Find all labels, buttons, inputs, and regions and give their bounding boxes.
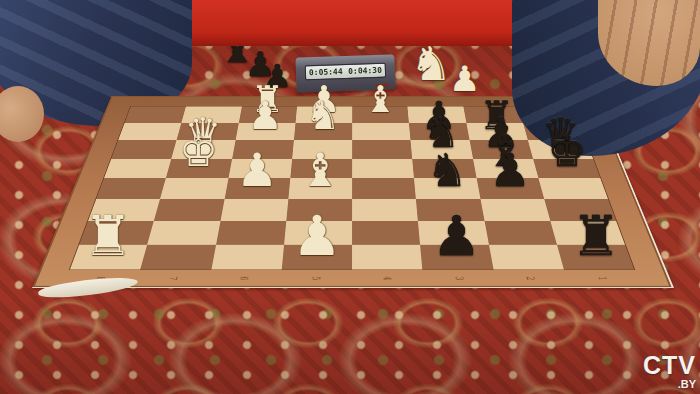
board-square	[154, 199, 224, 221]
board-square	[466, 123, 528, 140]
board-square	[418, 221, 488, 244]
board-square	[220, 199, 288, 221]
board-square	[409, 123, 469, 140]
board-square	[182, 106, 242, 122]
chess-clock: 0:05:44 0:04:30	[295, 54, 395, 92]
watermark-line2: .BY	[643, 379, 696, 390]
clock-display: 0:05:44 0:04:30	[305, 63, 386, 81]
photo-scene: 0:05:44 0:04:30 87654321 ♚♛♜♜♞♝♝♟♟♟♟♚♛♜♜…	[0, 0, 700, 394]
board-square	[352, 140, 412, 158]
clock-right-time: 0:04:30	[348, 66, 382, 76]
board-square	[286, 199, 352, 221]
rank-label: 5	[305, 259, 327, 300]
board-square	[533, 159, 600, 178]
board-square	[463, 106, 523, 122]
board-square	[416, 199, 484, 221]
board-square	[412, 159, 476, 178]
board-square	[232, 140, 294, 158]
board-square	[125, 106, 187, 122]
watermark: CTV .BY	[643, 353, 696, 390]
clock-left-time: 0:05:44	[309, 67, 343, 77]
board-square	[228, 159, 292, 178]
board-square	[411, 140, 473, 158]
board-square	[235, 123, 295, 140]
board-square	[238, 106, 296, 122]
rank-label: 4	[377, 259, 399, 300]
board-square	[414, 178, 480, 199]
board-square	[88, 199, 160, 221]
board-square	[292, 140, 352, 158]
board-square	[469, 140, 533, 158]
board-square	[352, 178, 416, 199]
board-square	[538, 178, 608, 199]
board-square	[408, 106, 466, 122]
board-square	[111, 140, 176, 158]
board-square	[473, 159, 539, 178]
board-square	[288, 178, 352, 199]
board-square	[352, 159, 414, 178]
board-square	[352, 123, 411, 140]
watermark-line1: CTV	[643, 353, 696, 378]
board-square	[294, 123, 353, 140]
board-square	[224, 178, 290, 199]
board-square	[284, 221, 352, 244]
board-square	[118, 123, 181, 140]
board-square	[352, 199, 418, 221]
board-square	[172, 140, 236, 158]
board-square	[295, 106, 352, 122]
board-square	[177, 123, 239, 140]
board-square	[476, 178, 544, 199]
board-square	[352, 106, 409, 122]
board-square	[290, 159, 352, 178]
board-square	[160, 178, 228, 199]
board-square	[104, 159, 171, 178]
board-square	[484, 221, 557, 244]
board-square	[216, 221, 286, 244]
rank-labels: 87654321	[63, 273, 640, 284]
clock-logo	[375, 83, 389, 86]
board-square	[96, 178, 166, 199]
board-square	[544, 199, 616, 221]
board-square	[550, 221, 625, 244]
board-square	[352, 221, 420, 244]
board-square	[147, 221, 220, 244]
board-square	[79, 221, 154, 244]
board-square	[480, 199, 550, 221]
board-square	[166, 159, 232, 178]
